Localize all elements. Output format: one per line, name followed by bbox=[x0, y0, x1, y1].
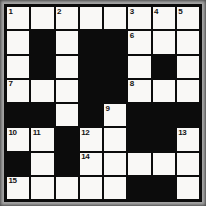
clue-number: 10 bbox=[9, 129, 17, 137]
cell-r6c4[interactable]: 12 bbox=[80, 128, 102, 150]
cell-r2c1[interactable] bbox=[7, 31, 29, 53]
black-cell-r6c7 bbox=[153, 128, 175, 150]
black-cell-r4c5 bbox=[104, 80, 126, 102]
cell-r4c2[interactable] bbox=[31, 80, 53, 102]
clue-number: 13 bbox=[178, 129, 186, 137]
cell-r1c6[interactable]: 3 bbox=[128, 7, 150, 29]
clue-number: 3 bbox=[130, 8, 134, 16]
black-cell-r7c3 bbox=[56, 153, 78, 175]
cell-r2c8[interactable] bbox=[177, 31, 199, 53]
black-cell-r5c4 bbox=[80, 104, 102, 126]
clue-number: 6 bbox=[130, 32, 134, 40]
black-cell-r7c1 bbox=[7, 153, 29, 175]
cell-r3c1[interactable] bbox=[7, 56, 29, 78]
cell-r3c6[interactable] bbox=[128, 56, 150, 78]
cell-r4c6[interactable]: 8 bbox=[128, 80, 150, 102]
cell-r6c2[interactable]: 11 bbox=[31, 128, 53, 150]
cell-r1c4[interactable] bbox=[80, 7, 102, 29]
black-cell-r5c8 bbox=[177, 104, 199, 126]
black-cell-r4c4 bbox=[80, 80, 102, 102]
black-cell-r5c2 bbox=[31, 104, 53, 126]
clue-number: 15 bbox=[9, 177, 17, 185]
black-cell-r6c3 bbox=[56, 128, 78, 150]
clue-number: 7 bbox=[9, 80, 13, 88]
black-cell-r2c2 bbox=[31, 31, 53, 53]
cell-r4c7[interactable] bbox=[153, 80, 175, 102]
scan-background: 123456789101112131415 bbox=[0, 0, 206, 206]
black-cell-r8c7 bbox=[153, 177, 175, 199]
cell-r4c1[interactable]: 7 bbox=[7, 80, 29, 102]
black-cell-r5c1 bbox=[7, 104, 29, 126]
cell-r8c3[interactable] bbox=[56, 177, 78, 199]
cell-r1c8[interactable]: 5 bbox=[177, 7, 199, 29]
cell-r2c7[interactable] bbox=[153, 31, 175, 53]
black-cell-r3c4 bbox=[80, 56, 102, 78]
black-cell-r6c6 bbox=[128, 128, 150, 150]
crossword-board: 123456789101112131415 bbox=[4, 4, 202, 202]
cell-r6c5[interactable] bbox=[104, 128, 126, 150]
clue-number: 1 bbox=[9, 8, 13, 16]
cell-r7c2[interactable] bbox=[31, 153, 53, 175]
cell-r7c8[interactable] bbox=[177, 153, 199, 175]
cell-r1c5[interactable] bbox=[104, 7, 126, 29]
cell-r3c3[interactable] bbox=[56, 56, 78, 78]
cell-r1c3[interactable]: 2 bbox=[56, 7, 78, 29]
cell-r1c2[interactable] bbox=[31, 7, 53, 29]
cell-r8c5[interactable] bbox=[104, 177, 126, 199]
black-cell-r3c7 bbox=[153, 56, 175, 78]
cell-r8c1[interactable]: 15 bbox=[7, 177, 29, 199]
cell-r2c3[interactable] bbox=[56, 31, 78, 53]
cell-r1c7[interactable]: 4 bbox=[153, 7, 175, 29]
black-cell-r3c5 bbox=[104, 56, 126, 78]
black-cell-r5c7 bbox=[153, 104, 175, 126]
cell-r4c3[interactable] bbox=[56, 80, 78, 102]
cell-r7c6[interactable] bbox=[128, 153, 150, 175]
cell-r8c4[interactable] bbox=[80, 177, 102, 199]
black-cell-r8c6 bbox=[128, 177, 150, 199]
black-cell-r2c5 bbox=[104, 31, 126, 53]
cell-r6c1[interactable]: 10 bbox=[7, 128, 29, 150]
black-cell-r2c4 bbox=[80, 31, 102, 53]
cell-r8c8[interactable] bbox=[177, 177, 199, 199]
clue-number: 8 bbox=[130, 80, 134, 88]
cell-r7c4[interactable]: 14 bbox=[80, 153, 102, 175]
cell-r2c6[interactable]: 6 bbox=[128, 31, 150, 53]
cell-r5c5[interactable]: 9 bbox=[104, 104, 126, 126]
cell-r4c8[interactable] bbox=[177, 80, 199, 102]
clue-number: 4 bbox=[154, 8, 158, 16]
cell-r1c1[interactable]: 1 bbox=[7, 7, 29, 29]
cell-r8c2[interactable] bbox=[31, 177, 53, 199]
black-cell-r3c2 bbox=[31, 56, 53, 78]
clue-number: 12 bbox=[81, 129, 89, 137]
cell-r3c8[interactable] bbox=[177, 56, 199, 78]
clue-number: 14 bbox=[81, 153, 89, 161]
cell-r6c8[interactable]: 13 bbox=[177, 128, 199, 150]
clue-number: 2 bbox=[57, 8, 61, 16]
clue-number: 9 bbox=[106, 105, 110, 113]
black-cell-r5c6 bbox=[128, 104, 150, 126]
cell-r5c3[interactable] bbox=[56, 104, 78, 126]
clue-number: 11 bbox=[33, 129, 40, 137]
clue-number: 5 bbox=[178, 8, 182, 16]
cell-r7c5[interactable] bbox=[104, 153, 126, 175]
cell-r7c7[interactable] bbox=[153, 153, 175, 175]
